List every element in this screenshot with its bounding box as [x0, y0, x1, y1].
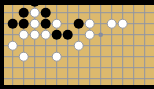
- black-stone: [40, 18, 51, 29]
- white-stone: [51, 51, 62, 62]
- board-point[interactable]: [7, 40, 18, 51]
- black-stone: [51, 29, 62, 40]
- board-point[interactable]: [139, 18, 150, 29]
- board-point[interactable]: [7, 73, 18, 84]
- board-point[interactable]: [106, 7, 117, 18]
- board-point[interactable]: [117, 51, 128, 62]
- board-point[interactable]: [128, 73, 139, 84]
- letterbox-bar-bottom: [0, 85, 154, 89]
- board-point[interactable]: [128, 51, 139, 62]
- board-point[interactable]: [29, 29, 40, 40]
- white-stone: [51, 18, 62, 29]
- board-point[interactable]: [51, 7, 62, 18]
- white-stone: [84, 18, 95, 29]
- white-stone: [18, 51, 29, 62]
- black-stone: [62, 29, 73, 40]
- board-point[interactable]: [106, 73, 117, 84]
- black-stone: [40, 7, 51, 18]
- board-point[interactable]: [18, 62, 29, 73]
- board-point[interactable]: [117, 7, 128, 18]
- white-stone: [117, 18, 128, 29]
- board-point[interactable]: [7, 18, 18, 29]
- board-point[interactable]: [106, 51, 117, 62]
- white-stone: [84, 29, 95, 40]
- board-point[interactable]: [128, 29, 139, 40]
- board-point[interactable]: [62, 40, 73, 51]
- board-point[interactable]: [29, 73, 40, 84]
- board-point[interactable]: [29, 51, 40, 62]
- board-point[interactable]: [139, 62, 150, 73]
- board-point[interactable]: [84, 51, 95, 62]
- board-point[interactable]: [7, 51, 18, 62]
- board-point[interactable]: [40, 7, 51, 18]
- board-point[interactable]: [62, 7, 73, 18]
- board-point[interactable]: [106, 62, 117, 73]
- board-point[interactable]: [7, 29, 18, 40]
- board-point[interactable]: [40, 73, 51, 84]
- board-point[interactable]: [40, 40, 51, 51]
- board-point[interactable]: [128, 40, 139, 51]
- board-point[interactable]: [95, 73, 106, 84]
- white-stone: [7, 40, 18, 51]
- board-point[interactable]: [18, 40, 29, 51]
- board-point[interactable]: [51, 73, 62, 84]
- board-point[interactable]: [40, 18, 51, 29]
- board-point[interactable]: [40, 62, 51, 73]
- board-point[interactable]: [51, 40, 62, 51]
- board-point[interactable]: [95, 40, 106, 51]
- board-point[interactable]: [117, 73, 128, 84]
- board-point[interactable]: [139, 51, 150, 62]
- board-point[interactable]: [95, 62, 106, 73]
- board-point[interactable]: [62, 51, 73, 62]
- board-point[interactable]: [106, 18, 117, 29]
- board-point[interactable]: [73, 62, 84, 73]
- board-point[interactable]: [117, 29, 128, 40]
- go-board[interactable]: [7, 0, 150, 84]
- board-point[interactable]: [29, 40, 40, 51]
- board-point[interactable]: [73, 73, 84, 84]
- board-point[interactable]: [62, 62, 73, 73]
- white-stone: [18, 29, 29, 40]
- black-stone: [7, 18, 18, 29]
- board-point[interactable]: [84, 29, 95, 40]
- letterbox-bar-left: [0, 0, 4, 88]
- board-point[interactable]: [95, 51, 106, 62]
- board-point[interactable]: [106, 40, 117, 51]
- board-point[interactable]: [51, 62, 62, 73]
- white-stone: [29, 7, 40, 18]
- white-stone: [40, 29, 51, 40]
- board-point[interactable]: [95, 29, 106, 40]
- board-point[interactable]: [18, 18, 29, 29]
- board-point[interactable]: [51, 29, 62, 40]
- board-point[interactable]: [128, 62, 139, 73]
- board-point[interactable]: [18, 7, 29, 18]
- board-point[interactable]: [139, 29, 150, 40]
- board-point[interactable]: [128, 7, 139, 18]
- board-point[interactable]: [51, 51, 62, 62]
- board-point[interactable]: [84, 7, 95, 18]
- board-point[interactable]: [139, 7, 150, 18]
- white-stone: [29, 18, 40, 29]
- board-point[interactable]: [73, 7, 84, 18]
- board-point[interactable]: [29, 18, 40, 29]
- board-point[interactable]: [84, 62, 95, 73]
- go-board-screen: [0, 0, 154, 88]
- board-point[interactable]: [117, 18, 128, 29]
- board-point[interactable]: [29, 7, 40, 18]
- board-point[interactable]: [117, 62, 128, 73]
- board-point[interactable]: [7, 7, 18, 18]
- board-point[interactable]: [7, 62, 18, 73]
- black-stone: [18, 7, 29, 18]
- black-stone: [73, 18, 84, 29]
- board-point[interactable]: [95, 18, 106, 29]
- board-point[interactable]: [18, 29, 29, 40]
- board-point[interactable]: [40, 29, 51, 40]
- board-point[interactable]: [84, 18, 95, 29]
- board-point[interactable]: [73, 18, 84, 29]
- board-point[interactable]: [18, 51, 29, 62]
- board-point[interactable]: [73, 29, 84, 40]
- board-point[interactable]: [95, 7, 106, 18]
- board-point[interactable]: [128, 18, 139, 29]
- board-point[interactable]: [62, 18, 73, 29]
- board-point[interactable]: [18, 73, 29, 84]
- board-point[interactable]: [29, 62, 40, 73]
- white-stone: [73, 40, 84, 51]
- board-point[interactable]: [139, 40, 150, 51]
- board-point[interactable]: [62, 29, 73, 40]
- letterbox-bar-top: [0, 0, 154, 5]
- board-point[interactable]: [84, 40, 95, 51]
- board-point[interactable]: [73, 40, 84, 51]
- white-stone: [106, 18, 117, 29]
- board-point[interactable]: [106, 29, 117, 40]
- board-point[interactable]: [62, 73, 73, 84]
- board-point[interactable]: [73, 51, 84, 62]
- board-point[interactable]: [139, 73, 150, 84]
- board-point[interactable]: [40, 51, 51, 62]
- board-point[interactable]: [84, 73, 95, 84]
- black-stone: [18, 18, 29, 29]
- board-point[interactable]: [51, 18, 62, 29]
- white-stone: [29, 29, 40, 40]
- board-point[interactable]: [117, 40, 128, 51]
